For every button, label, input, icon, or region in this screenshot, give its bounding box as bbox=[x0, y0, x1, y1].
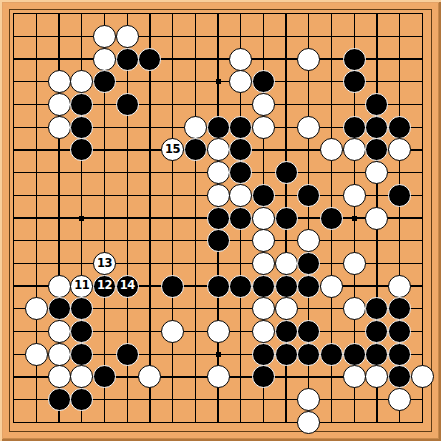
stone-white[interactable] bbox=[275, 297, 298, 320]
stone-black[interactable] bbox=[275, 320, 298, 343]
stone-black[interactable] bbox=[388, 297, 411, 320]
stone-black[interactable] bbox=[297, 184, 320, 207]
stone-white[interactable] bbox=[93, 25, 116, 48]
stone-black[interactable] bbox=[207, 229, 230, 252]
stone-white-move-15[interactable]: 15 bbox=[161, 138, 184, 161]
stone-black[interactable] bbox=[297, 343, 320, 366]
star-point bbox=[216, 79, 221, 84]
stone-white[interactable] bbox=[388, 275, 411, 298]
stone-black[interactable] bbox=[365, 320, 388, 343]
stone-white[interactable] bbox=[48, 275, 71, 298]
stone-black[interactable] bbox=[252, 70, 275, 93]
star-point bbox=[79, 216, 84, 221]
stone-white[interactable] bbox=[207, 138, 230, 161]
stone-white[interactable] bbox=[252, 229, 275, 252]
stone-black-move-14[interactable]: 14 bbox=[116, 275, 139, 298]
stone-white[interactable] bbox=[297, 48, 320, 71]
stone-white[interactable] bbox=[388, 138, 411, 161]
stone-white[interactable] bbox=[365, 161, 388, 184]
stone-white[interactable] bbox=[297, 411, 320, 434]
stone-black[interactable] bbox=[275, 275, 298, 298]
stone-black[interactable] bbox=[207, 207, 230, 230]
stone-white[interactable] bbox=[138, 365, 161, 388]
stone-white[interactable] bbox=[365, 207, 388, 230]
stone-white[interactable] bbox=[343, 297, 366, 320]
stone-white[interactable] bbox=[48, 343, 71, 366]
stone-white[interactable] bbox=[229, 70, 252, 93]
stone-white[interactable] bbox=[297, 116, 320, 139]
stone-white[interactable] bbox=[48, 93, 71, 116]
stone-black[interactable] bbox=[252, 365, 275, 388]
stone-black[interactable] bbox=[229, 138, 252, 161]
stone-black[interactable] bbox=[388, 116, 411, 139]
stone-black[interactable] bbox=[388, 343, 411, 366]
stone-white[interactable] bbox=[320, 275, 343, 298]
stone-black[interactable] bbox=[297, 320, 320, 343]
stone-black[interactable] bbox=[229, 207, 252, 230]
stone-black[interactable] bbox=[70, 343, 93, 366]
stone-black[interactable] bbox=[343, 48, 366, 71]
stone-white[interactable] bbox=[343, 184, 366, 207]
stone-black[interactable] bbox=[138, 48, 161, 71]
stone-black[interactable] bbox=[252, 275, 275, 298]
stone-black[interactable] bbox=[252, 343, 275, 366]
stone-white[interactable] bbox=[320, 138, 343, 161]
stone-white[interactable] bbox=[388, 388, 411, 411]
stone-black[interactable] bbox=[116, 343, 139, 366]
stone-white-move-11[interactable]: 11 bbox=[70, 275, 93, 298]
stone-black[interactable] bbox=[48, 388, 71, 411]
stone-white[interactable] bbox=[207, 320, 230, 343]
stone-black[interactable] bbox=[365, 116, 388, 139]
stone-white[interactable] bbox=[93, 48, 116, 71]
stone-black[interactable] bbox=[70, 320, 93, 343]
stone-white[interactable] bbox=[252, 207, 275, 230]
stone-white-move-13[interactable]: 13 bbox=[93, 252, 116, 275]
stone-white[interactable] bbox=[229, 184, 252, 207]
stone-white[interactable] bbox=[252, 116, 275, 139]
stone-black[interactable] bbox=[365, 343, 388, 366]
stone-black[interactable] bbox=[48, 297, 71, 320]
stone-white[interactable] bbox=[252, 297, 275, 320]
stone-white[interactable] bbox=[70, 365, 93, 388]
stone-white[interactable] bbox=[252, 93, 275, 116]
stone-black[interactable] bbox=[388, 365, 411, 388]
stone-white[interactable] bbox=[70, 70, 93, 93]
stone-white[interactable] bbox=[207, 161, 230, 184]
stone-black[interactable] bbox=[275, 343, 298, 366]
stone-black[interactable] bbox=[70, 297, 93, 320]
stone-white[interactable] bbox=[184, 116, 207, 139]
stone-white[interactable] bbox=[343, 365, 366, 388]
stone-black[interactable] bbox=[297, 275, 320, 298]
stone-black[interactable] bbox=[365, 297, 388, 320]
stone-white[interactable] bbox=[297, 388, 320, 411]
stone-white[interactable] bbox=[48, 365, 71, 388]
stone-black[interactable] bbox=[365, 93, 388, 116]
stone-black[interactable] bbox=[320, 343, 343, 366]
stone-white[interactable] bbox=[161, 320, 184, 343]
stone-black[interactable] bbox=[70, 116, 93, 139]
stone-black[interactable] bbox=[70, 138, 93, 161]
stone-black[interactable] bbox=[343, 343, 366, 366]
stone-black[interactable] bbox=[320, 207, 343, 230]
stone-white[interactable] bbox=[48, 320, 71, 343]
stone-black[interactable] bbox=[70, 93, 93, 116]
stone-white[interactable] bbox=[365, 365, 388, 388]
stone-white[interactable] bbox=[343, 138, 366, 161]
stone-white[interactable] bbox=[297, 229, 320, 252]
stone-black[interactable] bbox=[229, 275, 252, 298]
stone-white[interactable] bbox=[48, 70, 71, 93]
grid-line-vertical bbox=[422, 13, 423, 423]
stone-black[interactable] bbox=[365, 138, 388, 161]
stone-black[interactable] bbox=[275, 161, 298, 184]
stone-black[interactable] bbox=[116, 93, 139, 116]
stone-white[interactable] bbox=[25, 343, 48, 366]
stone-black-move-12[interactable]: 12 bbox=[93, 275, 116, 298]
stone-black[interactable] bbox=[388, 184, 411, 207]
stone-white[interactable] bbox=[207, 365, 230, 388]
stone-black[interactable] bbox=[388, 320, 411, 343]
stone-black[interactable] bbox=[184, 138, 207, 161]
stone-white[interactable] bbox=[343, 252, 366, 275]
stone-white[interactable] bbox=[252, 252, 275, 275]
stone-black[interactable] bbox=[207, 116, 230, 139]
stone-black[interactable] bbox=[93, 365, 116, 388]
stone-white[interactable] bbox=[48, 116, 71, 139]
stone-black[interactable] bbox=[252, 184, 275, 207]
star-point bbox=[216, 352, 221, 357]
go-board[interactable]: 1513111214 bbox=[0, 0, 441, 441]
grid-line-horizontal bbox=[13, 422, 423, 423]
stone-white[interactable] bbox=[275, 252, 298, 275]
stone-white[interactable] bbox=[116, 25, 139, 48]
stone-black[interactable] bbox=[343, 116, 366, 139]
stone-black[interactable] bbox=[93, 70, 116, 93]
stone-black[interactable] bbox=[275, 207, 298, 230]
stone-white[interactable] bbox=[229, 48, 252, 71]
stone-black[interactable] bbox=[229, 116, 252, 139]
stone-white[interactable] bbox=[252, 320, 275, 343]
stone-white[interactable] bbox=[207, 184, 230, 207]
star-point bbox=[352, 216, 357, 221]
stone-black[interactable] bbox=[161, 275, 184, 298]
stone-white[interactable] bbox=[25, 297, 48, 320]
stone-black[interactable] bbox=[116, 48, 139, 71]
stone-black[interactable] bbox=[229, 161, 252, 184]
stone-black[interactable] bbox=[70, 388, 93, 411]
stone-black[interactable] bbox=[207, 275, 230, 298]
stone-black[interactable] bbox=[297, 252, 320, 275]
stone-black[interactable] bbox=[343, 70, 366, 93]
stone-white[interactable] bbox=[411, 365, 434, 388]
